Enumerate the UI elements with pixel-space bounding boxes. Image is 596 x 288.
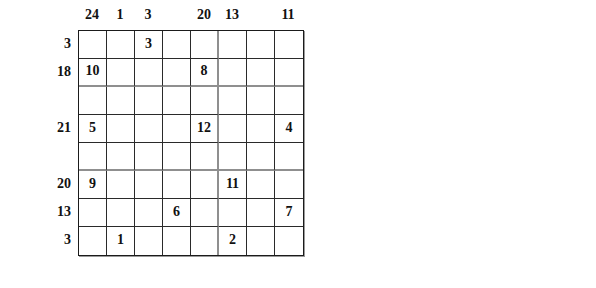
grid-cell[interactable]	[107, 199, 135, 227]
grid-cell[interactable]	[191, 199, 219, 227]
grid-cell[interactable]	[135, 199, 163, 227]
grid-cell[interactable]	[163, 59, 191, 87]
grid-cell[interactable]	[275, 143, 303, 171]
grid-cell[interactable]	[247, 87, 275, 115]
col-sum-label: 13	[218, 0, 246, 30]
row-sum-label: 18	[30, 58, 78, 86]
grid-cell[interactable]	[191, 227, 219, 255]
grid-cell[interactable]	[219, 115, 247, 143]
grid-cell[interactable]: 7	[275, 199, 303, 227]
grid-cell[interactable]	[163, 115, 191, 143]
grid-cell[interactable]	[219, 87, 247, 115]
grid-cell[interactable]	[107, 115, 135, 143]
row-sum-labels: 3182120133	[30, 30, 78, 254]
row-sum-label: 3	[30, 30, 78, 58]
row-sum-label	[30, 86, 78, 114]
grid-cell[interactable]	[79, 199, 107, 227]
row-sum-label: 3	[30, 226, 78, 254]
grid-cell[interactable]	[191, 171, 219, 199]
puzzle-grid: 310851249116712	[78, 30, 304, 256]
grid-cell[interactable]	[135, 143, 163, 171]
grid-cell[interactable]	[79, 87, 107, 115]
col-sum-label: 20	[190, 0, 218, 30]
grid-cell[interactable]	[275, 87, 303, 115]
grid-cell[interactable]: 2	[219, 227, 247, 255]
grid-cell[interactable]	[135, 171, 163, 199]
grid-cell[interactable]	[219, 199, 247, 227]
grid-cell[interactable]: 6	[163, 199, 191, 227]
grid-cell[interactable]	[107, 143, 135, 171]
grid-cell[interactable]	[247, 199, 275, 227]
grid-cell[interactable]	[247, 59, 275, 87]
grid-cell[interactable]	[275, 59, 303, 87]
grid-cell[interactable]	[191, 87, 219, 115]
grid-cell[interactable]	[79, 31, 107, 59]
col-sum-label: 3	[134, 0, 162, 30]
grid-cell[interactable]	[107, 31, 135, 59]
grid-cell[interactable]: 4	[275, 115, 303, 143]
grid-cell[interactable]	[79, 227, 107, 255]
grid-cell[interactable]	[163, 143, 191, 171]
grid-cell[interactable]	[135, 59, 163, 87]
grid-cell[interactable]: 3	[135, 31, 163, 59]
grid-cell[interactable]	[107, 87, 135, 115]
grid-cell[interactable]	[275, 31, 303, 59]
grid-cell[interactable]	[247, 171, 275, 199]
grid-cell[interactable]	[135, 87, 163, 115]
row-sum-label: 20	[30, 170, 78, 198]
grid-cell[interactable]	[219, 143, 247, 171]
grid-cell[interactable]	[191, 143, 219, 171]
grid-cell[interactable]	[135, 115, 163, 143]
grid-cell[interactable]: 8	[191, 59, 219, 87]
grid-cell[interactable]: 10	[79, 59, 107, 87]
column-sum-labels: 2413201311	[78, 0, 302, 30]
col-sum-label: 11	[274, 0, 302, 30]
row-sum-label: 13	[30, 198, 78, 226]
col-sum-label	[162, 0, 190, 30]
grid-cell[interactable]: 11	[219, 171, 247, 199]
puzzle-page: 2413201311 3182120133 310851249116712	[0, 0, 596, 288]
row-sum-label: 21	[30, 114, 78, 142]
grid-cell[interactable]	[163, 87, 191, 115]
col-sum-label: 24	[78, 0, 106, 30]
grid-cell[interactable]	[107, 171, 135, 199]
grid-cell[interactable]	[163, 227, 191, 255]
grid-cell[interactable]	[163, 31, 191, 59]
grid-cell[interactable]	[135, 227, 163, 255]
grid-cell[interactable]: 5	[79, 115, 107, 143]
grid-cell[interactable]	[247, 115, 275, 143]
grid-cell[interactable]: 9	[79, 171, 107, 199]
grid-cell[interactable]	[247, 31, 275, 59]
grid-cell[interactable]	[275, 171, 303, 199]
grid-cell[interactable]	[247, 227, 275, 255]
grid-cell[interactable]	[219, 59, 247, 87]
grid-cell[interactable]	[275, 227, 303, 255]
col-sum-label: 1	[106, 0, 134, 30]
grid-cell[interactable]: 12	[191, 115, 219, 143]
row-sum-label	[30, 142, 78, 170]
grid-cell[interactable]	[219, 31, 247, 59]
grid-cell[interactable]	[247, 143, 275, 171]
grid-cell[interactable]: 1	[107, 227, 135, 255]
grid-cell[interactable]	[191, 31, 219, 59]
grid-cell[interactable]	[79, 143, 107, 171]
grid-cell[interactable]	[163, 171, 191, 199]
grid-cell[interactable]	[107, 59, 135, 87]
col-sum-label	[246, 0, 274, 30]
